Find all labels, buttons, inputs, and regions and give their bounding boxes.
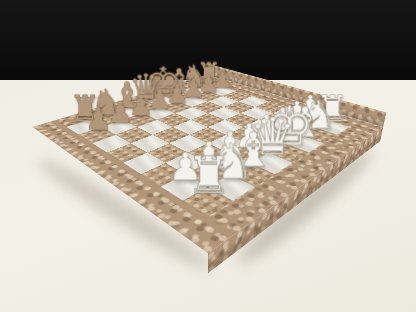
chessboard[interactable]: ♜♞♝♛♚♝♞♜♟♟♟♟♟♟♟♟♟♟♟♟♟♟♟♟♜♞♝♛♚♝♞♜: [33, 75, 384, 254]
perspective-stage: ♜♞♝♛♚♝♞♜♟♟♟♟♟♟♟♟♟♟♟♟♟♟♟♟♜♞♝♛♚♝♞♜: [0, 3, 416, 251]
square-a1[interactable]: ♜: [183, 187, 233, 217]
piece-black-pawn[interactable]: ♟: [72, 105, 122, 135]
piece-white-rook[interactable]: ♜: [174, 150, 242, 201]
scene: ♜♞♝♛♚♝♞♜♟♟♟♟♟♟♟♟♟♟♟♟♟♟♟♟♜♞♝♛♚♝♞♜: [0, 0, 416, 312]
